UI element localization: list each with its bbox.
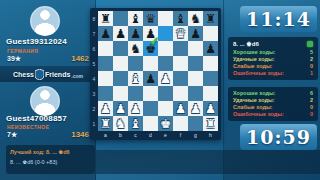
square-b4[interactable] (113, 71, 128, 86)
stat-value-lucky: 2 (310, 97, 313, 103)
best-move-label: Лучший ход: 8. ... ♚d6 (10, 149, 91, 155)
square-f5[interactable] (173, 56, 188, 71)
player-name: Guest47008857 (6, 114, 92, 123)
file-label: f (173, 132, 188, 139)
rank-label: 1 (91, 116, 97, 131)
best-move-feedback-box: Лучший ход: 8. ... ♚d6 8. ... ♚d6 (0-0 +… (6, 145, 95, 174)
square-d6[interactable]: ♚ (143, 41, 158, 56)
square-h5[interactable] (203, 56, 218, 71)
square-f8[interactable]: ♝ (173, 11, 188, 26)
square-h4[interactable] (203, 71, 218, 86)
square-a2[interactable]: ♟ (98, 101, 113, 116)
white-knight[interactable]: ♞ (113, 116, 128, 131)
player-analysis-box: Хорошие ходы:6 Удачные ходы:2 Слабые ход… (228, 87, 318, 121)
square-c1[interactable]: ♝ (128, 116, 143, 131)
player-stars: 7★ (7, 131, 17, 139)
last-move-text: 8. ... ♚d6 (233, 40, 259, 47)
square-h1[interactable]: ♜ (203, 116, 218, 131)
shield-icon (35, 69, 44, 80)
white-bishop[interactable]: ♝ (128, 116, 143, 131)
square-e6[interactable] (158, 41, 173, 56)
logo-tld: .com (71, 73, 83, 79)
white-pawn[interactable]: ♟ (173, 101, 188, 116)
square-f4[interactable] (173, 71, 188, 86)
square-b2[interactable]: ♟ (113, 101, 128, 116)
rank-label: 4 (91, 71, 97, 86)
file-label: b (113, 132, 128, 139)
bottom-decor-band (96, 150, 320, 174)
rank-label: 8 (91, 11, 97, 26)
black-pawn[interactable]: ♟ (203, 41, 218, 56)
white-rook[interactable]: ♜ (98, 116, 113, 131)
stat-label-good: Хорошие ходы: (233, 90, 275, 96)
square-e8[interactable] (158, 11, 173, 26)
square-d1[interactable] (143, 116, 158, 131)
rank-label: 5 (91, 56, 97, 71)
stat-value-bad: 0 (310, 111, 313, 117)
black-knight[interactable]: ♞ (128, 41, 143, 56)
white-pawn[interactable]: ♟ (158, 71, 173, 86)
good-move-icon (307, 41, 313, 47)
square-e5[interactable] (158, 56, 173, 71)
square-b5[interactable] (113, 56, 128, 71)
black-pawn[interactable]: ♟ (143, 71, 158, 86)
black-king[interactable]: ♚ (143, 41, 158, 56)
square-g3[interactable] (188, 86, 203, 101)
black-rook[interactable]: ♜ (203, 11, 218, 26)
white-rook[interactable]: ♜ (203, 116, 218, 131)
square-f3[interactable] (173, 86, 188, 101)
file-label: c (128, 132, 143, 139)
white-pawn[interactable]: ♟ (128, 101, 143, 116)
game-window: Guest39312024 ГЕРМАНИЯ 39★ 1462 Chess Fr… (0, 0, 320, 180)
square-c7[interactable]: ♟ (128, 26, 143, 41)
square-e3[interactable] (158, 86, 173, 101)
square-g5[interactable] (188, 56, 203, 71)
square-a3[interactable] (98, 86, 113, 101)
square-f6[interactable] (173, 41, 188, 56)
stat-value-weak: 0 (310, 63, 313, 69)
square-e2[interactable] (158, 101, 173, 116)
stat-label-lucky: Удачные ходы: (233, 56, 275, 62)
square-g2[interactable]: ♟ (188, 101, 203, 116)
chess-board: ♜♝♛♝♞♜♟♟♟♟♛♟♞♚♟♝♟♟♟♟♟♟♟♟♜♞♝♚♜✔ 8 7 6 5 4… (90, 8, 221, 140)
black-pawn[interactable]: ♟ (128, 26, 143, 41)
stat-label-bad: Ошибочные ходы: (233, 70, 284, 76)
square-e4[interactable]: ♟ (158, 71, 173, 86)
stat-value-lucky: 2 (310, 56, 313, 62)
square-c6[interactable]: ♞ (128, 41, 143, 56)
opponent-rating: 1462 (71, 54, 89, 63)
file-label: g (188, 132, 203, 139)
square-e7[interactable] (158, 26, 173, 41)
file-label: h (203, 132, 218, 139)
square-c3[interactable] (128, 86, 143, 101)
player-clock: 10:59 (240, 124, 317, 150)
rank-label: 2 (91, 101, 97, 116)
square-d3[interactable] (143, 86, 158, 101)
black-queen[interactable]: ♛ (143, 11, 158, 26)
square-g4[interactable] (188, 71, 203, 86)
square-g1[interactable] (188, 116, 203, 131)
file-label: a (98, 132, 113, 139)
square-b8[interactable] (113, 11, 128, 26)
white-pawn[interactable]: ♟ (113, 101, 128, 116)
opponent-stars: 39★ (7, 55, 21, 63)
file-label: e (158, 132, 173, 139)
square-e1[interactable]: ♚ (158, 116, 173, 131)
black-bishop[interactable]: ♝ (173, 11, 188, 26)
square-h2[interactable]: ♟ (203, 101, 218, 116)
stat-value-bad: 1 (310, 70, 313, 76)
square-a5[interactable] (98, 56, 113, 71)
player-avatar[interactable] (30, 86, 60, 116)
square-b7[interactable]: ♟ (113, 26, 128, 41)
black-pawn[interactable]: ♟ (188, 26, 203, 41)
rank-labels: 8 7 6 5 4 3 2 1 (91, 11, 97, 131)
square-a8[interactable]: ♜ (98, 11, 113, 26)
white-bishop[interactable]: ♝ (128, 71, 143, 86)
opponent-avatar[interactable] (30, 6, 60, 36)
stat-value-weak: 0 (310, 104, 313, 110)
square-c8[interactable]: ♝ (128, 11, 143, 26)
white-king[interactable]: ♚ (158, 116, 173, 131)
logo-text-left: Chess (13, 71, 34, 78)
square-f1[interactable] (173, 116, 188, 131)
square-d4[interactable]: ♟ (143, 71, 158, 86)
square-g7[interactable]: ♟ (188, 26, 203, 41)
square-d8[interactable]: ♛ (143, 11, 158, 26)
black-knight[interactable]: ♞ (188, 11, 203, 26)
square-g8[interactable]: ♞ (188, 11, 203, 26)
square-b6[interactable] (113, 41, 128, 56)
black-pawn[interactable]: ♟ (98, 26, 113, 41)
square-h8[interactable]: ♜ (203, 11, 218, 26)
square-d7[interactable]: ♟ (143, 26, 158, 41)
square-a6[interactable] (98, 41, 113, 56)
square-b3[interactable] (113, 86, 128, 101)
opponent-name: Guest39312024 (6, 37, 92, 46)
rank-label: 3 (91, 86, 97, 101)
square-a4[interactable] (98, 71, 113, 86)
square-d5[interactable] (143, 56, 158, 71)
stat-label-weak: Слабые ходы: (233, 104, 272, 110)
rank-label: 7 (91, 26, 97, 41)
stat-label-bad: Ошибочные ходы: (233, 111, 284, 117)
black-rook[interactable]: ♜ (98, 11, 113, 26)
square-h3[interactable] (203, 86, 218, 101)
file-label: d (143, 132, 158, 139)
black-pawn[interactable]: ♟ (143, 26, 158, 41)
stat-label-weak: Слабые ходы: (233, 63, 272, 69)
file-labels: a b c d e f g h (98, 132, 218, 139)
square-c2[interactable]: ♟ (128, 101, 143, 116)
white-queen[interactable]: ♛ (173, 26, 188, 41)
played-move-eval: 8. ... ♚d6 (0-0 +83) (10, 159, 91, 165)
logo-text-right: Friends (45, 71, 70, 78)
square-g6[interactable] (188, 41, 203, 56)
stat-value-good: 6 (310, 90, 313, 96)
black-pawn[interactable]: ♟ (113, 26, 128, 41)
square-h7[interactable] (203, 26, 218, 41)
square-f2[interactable]: ♟ (173, 101, 188, 116)
stat-value-good: 5 (310, 49, 313, 55)
square-c5[interactable] (128, 56, 143, 71)
square-a1[interactable]: ♜ (98, 116, 113, 131)
square-d2[interactable] (143, 101, 158, 116)
white-pawn[interactable]: ♟ (188, 101, 203, 116)
white-pawn[interactable]: ♟ (203, 101, 218, 116)
square-c4[interactable]: ♝ (128, 71, 143, 86)
player-rating: 1346 (71, 130, 89, 139)
board-squares: ♜♝♛♝♞♜♟♟♟♟♛♟♞♚♟♝♟♟♟♟♟♟♟♟♜♞♝♚♜✔ (98, 11, 218, 131)
stat-label-lucky: Удачные ходы: (233, 97, 275, 103)
square-a7[interactable]: ♟ (98, 26, 113, 41)
square-h6[interactable]: ♟ (203, 41, 218, 56)
rank-label: 6 (91, 41, 97, 56)
opponent-analysis-box: 8. ... ♚d6 Хорошие ходы:5 Удачные ходы:2… (228, 37, 318, 80)
square-b1[interactable]: ♞ (113, 116, 128, 131)
right-divider (223, 0, 224, 180)
chessfriends-logo: Chess Friends .com (0, 66, 96, 82)
opponent-clock: 11:14 (240, 6, 317, 32)
square-f7[interactable]: ♛ (173, 26, 188, 41)
white-pawn[interactable]: ♟ (98, 101, 113, 116)
black-bishop[interactable]: ♝ (128, 11, 143, 26)
stat-label-good: Хорошие ходы: (233, 49, 275, 55)
